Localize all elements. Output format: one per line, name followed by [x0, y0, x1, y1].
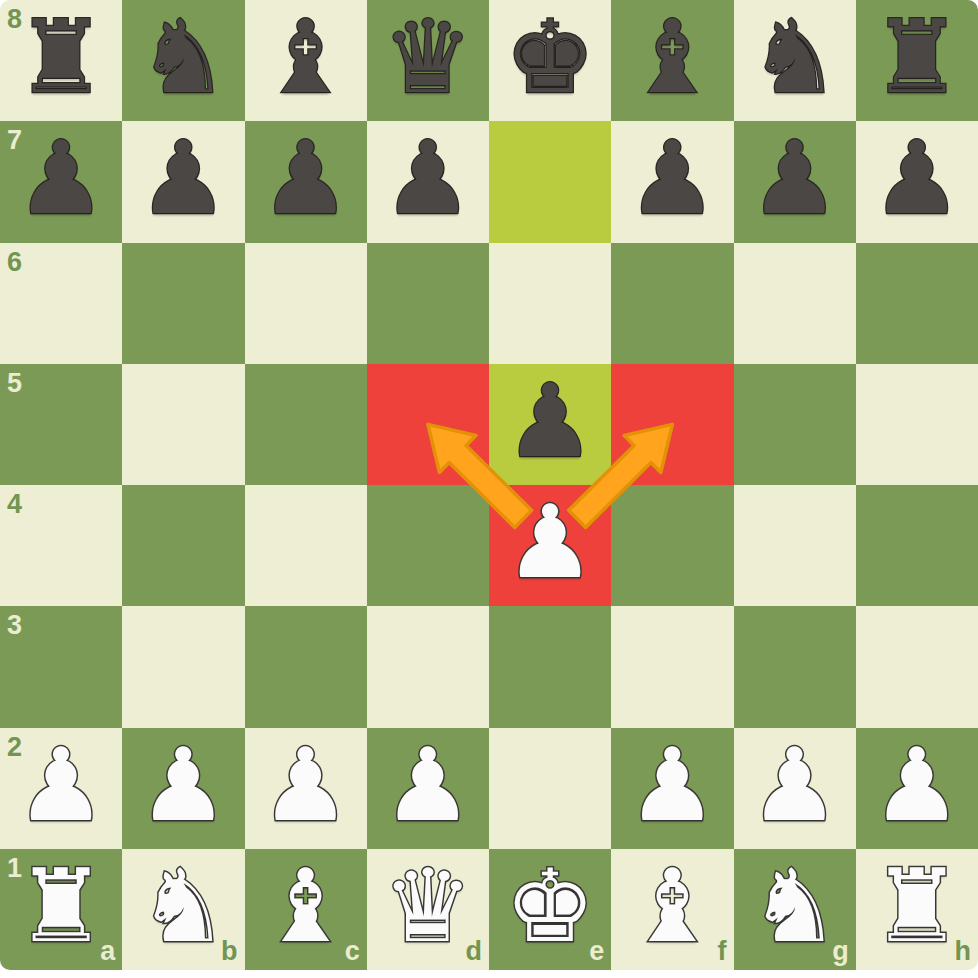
- square-f6[interactable]: [611, 243, 733, 364]
- piece-black-pawn-c7[interactable]: ♟: [260, 128, 351, 229]
- piece-white-pawn-e4[interactable]: ♟: [505, 492, 596, 593]
- piece-white-pawn-g2[interactable]: ♟: [749, 735, 840, 836]
- square-h8[interactable]: ♜: [856, 0, 978, 121]
- square-g7[interactable]: ♟: [734, 121, 856, 242]
- square-f7[interactable]: ♟: [611, 121, 733, 242]
- piece-white-rook-a1[interactable]: ♜: [16, 856, 107, 957]
- rank-label-5: 5: [7, 370, 22, 397]
- rank-label-8: 8: [7, 6, 22, 33]
- square-c6[interactable]: [245, 243, 367, 364]
- square-a7[interactable]: ♟7: [0, 121, 122, 242]
- square-h7[interactable]: ♟: [856, 121, 978, 242]
- piece-black-pawn-h7[interactable]: ♟: [872, 128, 963, 229]
- square-g8[interactable]: ♞: [734, 0, 856, 121]
- square-e4[interactable]: ♟: [489, 485, 611, 606]
- square-h6[interactable]: [856, 243, 978, 364]
- square-d1[interactable]: ♛d: [367, 849, 489, 970]
- piece-white-pawn-a2[interactable]: ♟: [16, 735, 107, 836]
- file-label-g: g: [832, 938, 849, 965]
- piece-white-pawn-h2[interactable]: ♟: [872, 735, 963, 836]
- piece-black-pawn-e5[interactable]: ♟: [505, 371, 596, 472]
- file-label-f: f: [718, 938, 727, 965]
- square-c4[interactable]: [245, 485, 367, 606]
- square-a8[interactable]: ♜8: [0, 0, 122, 121]
- rank-label-4: 4: [7, 491, 22, 518]
- square-f4[interactable]: [611, 485, 733, 606]
- file-label-b: b: [221, 938, 238, 965]
- file-label-e: e: [589, 938, 604, 965]
- square-f1[interactable]: ♝f: [611, 849, 733, 970]
- square-f3[interactable]: [611, 606, 733, 727]
- piece-white-king-e1[interactable]: ♚: [505, 856, 596, 957]
- piece-black-knight-g8[interactable]: ♞: [749, 7, 840, 108]
- piece-white-pawn-d2[interactable]: ♟: [383, 735, 474, 836]
- square-b4[interactable]: [122, 485, 244, 606]
- square-h2[interactable]: ♟: [856, 728, 978, 849]
- square-a1[interactable]: ♜1a: [0, 849, 122, 970]
- file-label-c: c: [345, 938, 360, 965]
- square-a5[interactable]: 5: [0, 364, 122, 485]
- rank-label-3: 3: [7, 612, 22, 639]
- square-e5[interactable]: ♟: [489, 364, 611, 485]
- piece-black-pawn-a7[interactable]: ♟: [16, 128, 107, 229]
- square-c5[interactable]: [245, 364, 367, 485]
- piece-white-knight-b1[interactable]: ♞: [138, 856, 229, 957]
- square-d5[interactable]: [367, 364, 489, 485]
- square-d6[interactable]: [367, 243, 489, 364]
- square-g4[interactable]: [734, 485, 856, 606]
- piece-white-rook-h1[interactable]: ♜: [872, 856, 963, 957]
- square-e8[interactable]: ♚: [489, 0, 611, 121]
- square-c7[interactable]: ♟: [245, 121, 367, 242]
- square-d7[interactable]: ♟: [367, 121, 489, 242]
- rank-label-1: 1: [7, 855, 22, 882]
- square-h1[interactable]: ♜h: [856, 849, 978, 970]
- piece-black-bishop-c8[interactable]: ♝: [260, 7, 351, 108]
- file-label-h: h: [955, 938, 972, 965]
- square-d3[interactable]: [367, 606, 489, 727]
- chess-board[interactable]: ♜8♞♝♛♚♝♞♜♟7♟♟♟♟♟♟65♟4♟3♟2♟♟♟♟♟♟♜1a♞b♝c♛d…: [0, 0, 978, 970]
- square-a4[interactable]: 4: [0, 485, 122, 606]
- piece-black-pawn-d7[interactable]: ♟: [383, 128, 474, 229]
- square-h3[interactable]: [856, 606, 978, 727]
- square-d2[interactable]: ♟: [367, 728, 489, 849]
- square-g3[interactable]: [734, 606, 856, 727]
- square-e1[interactable]: ♚e: [489, 849, 611, 970]
- square-c1[interactable]: ♝c: [245, 849, 367, 970]
- piece-black-rook-a8[interactable]: ♜: [16, 7, 107, 108]
- square-b8[interactable]: ♞: [122, 0, 244, 121]
- square-h4[interactable]: [856, 485, 978, 606]
- square-d4[interactable]: [367, 485, 489, 606]
- square-b2[interactable]: ♟: [122, 728, 244, 849]
- square-b1[interactable]: ♞b: [122, 849, 244, 970]
- piece-black-king-e8[interactable]: ♚: [505, 7, 596, 108]
- square-a3[interactable]: 3: [0, 606, 122, 727]
- square-d8[interactable]: ♛: [367, 0, 489, 121]
- piece-black-pawn-f7[interactable]: ♟: [627, 128, 718, 229]
- square-g1[interactable]: ♞g: [734, 849, 856, 970]
- rank-label-2: 2: [7, 734, 22, 761]
- square-e7[interactable]: [489, 121, 611, 242]
- piece-black-pawn-b7[interactable]: ♟: [138, 128, 229, 229]
- piece-white-knight-g1[interactable]: ♞: [749, 856, 840, 957]
- file-label-d: d: [466, 938, 483, 965]
- piece-white-queen-d1[interactable]: ♛: [383, 856, 474, 957]
- piece-white-bishop-c1[interactable]: ♝: [260, 856, 351, 957]
- square-b6[interactable]: [122, 243, 244, 364]
- square-e2[interactable]: [489, 728, 611, 849]
- piece-white-pawn-f2[interactable]: ♟: [627, 735, 718, 836]
- piece-black-bishop-f8[interactable]: ♝: [627, 7, 718, 108]
- square-c2[interactable]: ♟: [245, 728, 367, 849]
- square-e3[interactable]: [489, 606, 611, 727]
- square-g2[interactable]: ♟: [734, 728, 856, 849]
- square-h5[interactable]: [856, 364, 978, 485]
- square-a2[interactable]: ♟2: [0, 728, 122, 849]
- square-b3[interactable]: [122, 606, 244, 727]
- square-b7[interactable]: ♟: [122, 121, 244, 242]
- square-b5[interactable]: [122, 364, 244, 485]
- square-g6[interactable]: [734, 243, 856, 364]
- square-g5[interactable]: [734, 364, 856, 485]
- piece-white-pawn-c2[interactable]: ♟: [260, 735, 351, 836]
- square-c8[interactable]: ♝: [245, 0, 367, 121]
- piece-black-knight-b8[interactable]: ♞: [138, 7, 229, 108]
- square-a6[interactable]: 6: [0, 243, 122, 364]
- square-f8[interactable]: ♝: [611, 0, 733, 121]
- piece-white-pawn-b2[interactable]: ♟: [138, 735, 229, 836]
- square-e6[interactable]: [489, 243, 611, 364]
- piece-black-pawn-g7[interactable]: ♟: [749, 128, 840, 229]
- square-f5[interactable]: [611, 364, 733, 485]
- rank-label-7: 7: [7, 127, 22, 154]
- file-label-a: a: [100, 938, 115, 965]
- piece-white-bishop-f1[interactable]: ♝: [627, 856, 718, 957]
- piece-black-rook-h8[interactable]: ♜: [872, 7, 963, 108]
- piece-black-queen-d8[interactable]: ♛: [383, 7, 474, 108]
- square-c3[interactable]: [245, 606, 367, 727]
- square-f2[interactable]: ♟: [611, 728, 733, 849]
- rank-label-6: 6: [7, 249, 22, 276]
